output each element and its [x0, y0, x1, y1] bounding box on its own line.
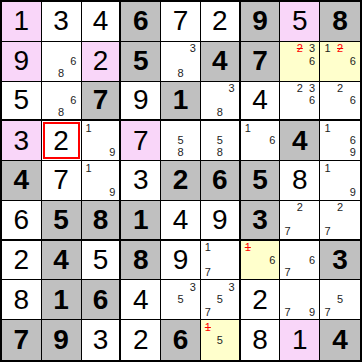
- candidate-slot-empty: [43, 67, 55, 79]
- candidate-slot-empty: [106, 135, 118, 147]
- candidate-slot-empty: [281, 83, 293, 95]
- candidate-slot-empty: [214, 83, 226, 95]
- given-digit: 4: [14, 166, 30, 194]
- cell-r7c7[interactable]: 16: [241, 241, 281, 281]
- cell-r7c4[interactable]: 8: [121, 241, 161, 281]
- candidate-digit: 3: [226, 83, 238, 95]
- candidate-digit: 6: [306, 94, 318, 106]
- given-digit: 5: [53, 206, 69, 234]
- cell-r4c4[interactable]: 7: [121, 121, 161, 161]
- candidate-slot-empty: [106, 122, 118, 134]
- candidate-digit: 3: [306, 43, 318, 55]
- candidate-slot-empty: [266, 266, 278, 278]
- cell-r1c5[interactable]: 7: [161, 2, 201, 42]
- cell-r1c2[interactable]: 3: [42, 2, 82, 42]
- candidate-slot-empty: [346, 174, 359, 186]
- candidate-digit: 8: [174, 67, 186, 79]
- cell-r6c2[interactable]: 5: [42, 201, 82, 241]
- candidate-slot-empty: [94, 187, 106, 199]
- candidate-slot-empty: [306, 266, 318, 278]
- candidate-slot-empty: [334, 122, 347, 134]
- candidate-slot-empty: [94, 147, 106, 159]
- cell-r8c6[interactable]: 357: [201, 280, 241, 320]
- cell-r9c7[interactable]: 8: [241, 320, 281, 360]
- candidate-slot-empty: [281, 55, 293, 67]
- cell-r6c7[interactable]: 3: [241, 201, 281, 241]
- candidate-digit: 8: [214, 106, 226, 118]
- given-digit: 1: [133, 206, 149, 234]
- candidate-digit: 3: [306, 83, 318, 95]
- candidate-slot-empty: [321, 106, 334, 118]
- sudoku-board: 1346729589682538472361265687913842362632…: [0, 0, 362, 362]
- candidate-slot-empty: [94, 174, 106, 186]
- cell-r6c4[interactable]: 1: [121, 201, 161, 241]
- candidate-digit: 6: [346, 135, 359, 147]
- candidate-digit: 6: [346, 94, 359, 106]
- eliminated-candidate-digit: 2: [334, 43, 347, 55]
- candidate-slot-empty: [321, 214, 334, 226]
- candidate-slot-empty: [226, 294, 238, 306]
- candidate-slot-empty: [162, 147, 174, 159]
- candidate-slot-empty: [334, 147, 347, 159]
- candidate-slot-empty: [226, 334, 238, 347]
- cell-r6c6[interactable]: 9: [201, 201, 241, 241]
- candidate-slot-empty: [346, 306, 359, 318]
- candidate-slot-empty: [202, 106, 214, 118]
- candidate-slot-empty: [226, 346, 238, 359]
- candidate-slot-empty: [321, 55, 334, 67]
- cell-r6c8[interactable]: 27: [280, 201, 320, 241]
- cell-r7c1[interactable]: 2: [2, 241, 42, 281]
- cell-r1c8[interactable]: 5: [280, 2, 320, 42]
- candidate-grid: 19: [83, 162, 119, 199]
- cell-r9c4[interactable]: 2: [121, 320, 161, 360]
- candidate-digit: 1: [83, 122, 95, 134]
- cell-r7c2[interactable]: 4: [42, 241, 82, 281]
- cell-r3c8[interactable]: 236: [280, 82, 320, 122]
- candidate-slot-empty: [174, 122, 186, 134]
- candidate-digit: 9: [106, 187, 118, 199]
- candidate-slot-empty: [202, 294, 214, 306]
- cell-r3c5[interactable]: 1: [161, 82, 201, 122]
- cell-r5c8[interactable]: 8: [280, 161, 320, 201]
- cell-r7c5[interactable]: 9: [161, 241, 201, 281]
- candidate-slot-empty: [306, 202, 318, 214]
- candidate-slot-empty: [334, 67, 347, 79]
- candidate-slot-empty: [242, 147, 254, 159]
- candidate-slot-empty: [266, 147, 278, 159]
- candidate-slot-empty: [281, 281, 293, 293]
- candidate-digit: 9: [306, 306, 318, 318]
- solved-digit: 5: [14, 86, 30, 114]
- candidate-slot-empty: [306, 242, 318, 254]
- candidate-slot-empty: [334, 55, 347, 67]
- candidate-digit: 3: [187, 43, 199, 55]
- candidate-slot-empty: [43, 83, 55, 95]
- candidate-grid: 357: [202, 281, 238, 318]
- candidate-slot-empty: [187, 67, 199, 79]
- cell-r4c8[interactable]: 4: [280, 121, 320, 161]
- given-digit: 8: [93, 206, 109, 234]
- cell-r2c5[interactable]: 38: [161, 42, 201, 82]
- candidate-slot-empty: [106, 174, 118, 186]
- cell-r5c1[interactable]: 4: [2, 161, 42, 201]
- candidate-slot-empty: [67, 67, 79, 79]
- candidate-grid: 79: [281, 281, 318, 318]
- candidate-slot-empty: [174, 306, 186, 318]
- candidate-digit: 1: [321, 162, 334, 174]
- candidate-digit: 5: [214, 294, 226, 306]
- given-digit: 6: [133, 7, 149, 35]
- candidate-slot-empty: [346, 106, 359, 118]
- candidate-slot-empty: [281, 294, 293, 306]
- candidate-slot-empty: [226, 321, 238, 334]
- candidate-slot-empty: [202, 346, 214, 359]
- cell-r7c8[interactable]: 67: [280, 241, 320, 281]
- given-digit: 7: [93, 86, 109, 114]
- solved-digit: 3: [14, 127, 30, 155]
- candidate-slot-empty: [226, 147, 238, 159]
- candidate-slot-empty: [214, 321, 226, 334]
- cell-r1c3[interactable]: 4: [82, 2, 122, 42]
- cell-r8c5[interactable]: 35: [161, 280, 201, 320]
- solved-digit: 9: [14, 47, 30, 75]
- candidate-slot-empty: [214, 306, 226, 318]
- candidate-slot-empty: [162, 281, 174, 293]
- candidate-digit: 7: [321, 226, 334, 238]
- candidate-slot-empty: [321, 135, 334, 147]
- cell-r4c5[interactable]: 58: [161, 121, 201, 161]
- solved-digit: 8: [292, 166, 308, 194]
- candidate-slot-empty: [226, 135, 238, 147]
- cell-r3c9[interactable]: 26: [320, 82, 360, 122]
- candidate-slot-empty: [202, 281, 214, 293]
- cell-r2c3[interactable]: 2: [82, 42, 122, 82]
- solved-digit: 4: [133, 286, 149, 314]
- candidate-slot-empty: [346, 122, 359, 134]
- candidate-slot-empty: [321, 174, 334, 186]
- candidate-slot-empty: [55, 94, 67, 106]
- candidate-slot-empty: [306, 67, 318, 79]
- candidate-slot-empty: [266, 242, 278, 254]
- given-digit: 1: [173, 86, 189, 114]
- solved-digit: 2: [252, 286, 268, 314]
- cell-r8c3[interactable]: 6: [82, 280, 122, 320]
- candidate-slot-empty: [174, 43, 186, 55]
- given-digit: 6: [173, 326, 189, 354]
- candidate-digit: 5: [174, 135, 186, 147]
- candidate-slot-empty: [346, 294, 359, 306]
- candidate-grid: 126: [321, 43, 359, 80]
- candidate-slot-empty: [334, 106, 347, 118]
- cell-r3c3[interactable]: 7: [82, 82, 122, 122]
- candidate-slot-empty: [294, 294, 306, 306]
- candidate-slot-empty: [294, 226, 306, 238]
- cell-r9c3[interactable]: 3: [82, 320, 122, 360]
- cell-r1c7[interactable]: 9: [241, 2, 281, 42]
- solved-digit: 4: [173, 206, 189, 234]
- candidate-grid: 19: [321, 162, 359, 199]
- candidate-slot-empty: [83, 174, 95, 186]
- candidate-slot-empty: [281, 67, 293, 79]
- candidate-slot-empty: [242, 135, 254, 147]
- candidate-slot-empty: [83, 135, 95, 147]
- cell-r5c4[interactable]: 3: [121, 161, 161, 201]
- candidate-slot-empty: [294, 254, 306, 266]
- cell-r3c7[interactable]: 4: [241, 82, 281, 122]
- cell-r5c7[interactable]: 5: [241, 161, 281, 201]
- given-digit: 4: [332, 326, 348, 354]
- solved-digit: 3: [53, 7, 69, 35]
- candidate-grid: 35: [162, 281, 199, 318]
- solved-digit: 8: [14, 286, 30, 314]
- candidate-slot-empty: [334, 94, 347, 106]
- cell-r5c5[interactable]: 2: [161, 161, 201, 201]
- candidate-slot-empty: [202, 83, 214, 95]
- cell-r5c6[interactable]: 6: [201, 161, 241, 201]
- candidate-slot-empty: [321, 94, 334, 106]
- candidate-digit: 8: [55, 67, 67, 79]
- candidate-slot-empty: [174, 55, 186, 67]
- candidate-slot-empty: [321, 187, 334, 199]
- candidate-slot-empty: [321, 67, 334, 79]
- candidate-slot-empty: [281, 242, 293, 254]
- cell-r5c9[interactable]: 19: [320, 161, 360, 201]
- candidate-slot-empty: [294, 281, 306, 293]
- candidate-grid: 38: [162, 43, 199, 80]
- cell-r8c1[interactable]: 8: [2, 280, 42, 320]
- cell-r6c9[interactable]: 27: [320, 201, 360, 241]
- candidate-slot-empty: [254, 147, 266, 159]
- given-digit: 3: [332, 246, 348, 274]
- candidate-slot-empty: [294, 306, 306, 318]
- candidate-slot-empty: [281, 94, 293, 106]
- cell-r6c5[interactable]: 4: [161, 201, 201, 241]
- candidate-slot-empty: [187, 294, 199, 306]
- candidate-slot-empty: [202, 135, 214, 147]
- candidate-digit: 7: [202, 266, 214, 278]
- candidate-slot-empty: [254, 266, 266, 278]
- candidate-slot-empty: [306, 106, 318, 118]
- solved-digit: 2: [212, 7, 228, 35]
- given-digit: 1: [53, 286, 69, 314]
- candidate-slot-empty: [67, 43, 79, 55]
- cell-r9c6[interactable]: 15: [201, 320, 241, 360]
- candidate-slot-empty: [254, 242, 266, 254]
- candidate-grid: 68: [43, 83, 80, 119]
- cell-r8c8[interactable]: 79: [280, 280, 320, 320]
- candidate-digit: 7: [281, 226, 293, 238]
- candidate-slot-empty: [94, 162, 106, 174]
- cell-r2c1[interactable]: 9: [2, 42, 42, 82]
- candidate-slot-empty: [294, 242, 306, 254]
- cell-r2c7[interactable]: 7: [241, 42, 281, 82]
- given-digit: 4: [292, 127, 308, 155]
- candidate-slot-empty: [346, 83, 359, 95]
- candidate-slot-empty: [226, 94, 238, 106]
- candidate-slot-empty: [334, 226, 347, 238]
- cell-r1c6[interactable]: 2: [201, 2, 241, 42]
- candidate-slot-empty: [214, 254, 226, 266]
- candidate-digit: 8: [214, 147, 226, 159]
- candidate-slot-empty: [187, 306, 199, 318]
- cell-r3c2[interactable]: 68: [42, 82, 82, 122]
- candidate-slot-empty: [83, 147, 95, 159]
- candidate-slot-empty: [346, 281, 359, 293]
- candidate-slot-empty: [202, 254, 214, 266]
- candidate-grid: 68: [43, 43, 80, 80]
- cell-r2c9[interactable]: 126: [320, 42, 360, 82]
- cell-r1c4[interactable]: 6: [121, 2, 161, 42]
- cell-r2c4[interactable]: 5: [121, 42, 161, 82]
- cell-r5c2[interactable]: 7: [42, 161, 82, 201]
- candidate-digit: 1: [321, 122, 334, 134]
- candidate-slot-empty: [214, 281, 226, 293]
- solved-digit: 5: [93, 246, 109, 274]
- candidate-slot-empty: [226, 122, 238, 134]
- candidate-grid: 27: [281, 202, 318, 238]
- candidate-slot-empty: [162, 55, 174, 67]
- candidate-slot-empty: [294, 106, 306, 118]
- candidate-digit: 2: [334, 83, 347, 95]
- candidate-grid: 236: [281, 83, 318, 119]
- candidate-slot-empty: [162, 306, 174, 318]
- cell-r1c1[interactable]: 1: [2, 2, 42, 42]
- given-digit: 2: [173, 166, 189, 194]
- given-digit: 9: [252, 7, 268, 35]
- candidate-slot-empty: [334, 187, 347, 199]
- candidate-slot-empty: [174, 281, 186, 293]
- candidate-digit: 7: [281, 306, 293, 318]
- candidate-slot-empty: [346, 162, 359, 174]
- candidate-slot-empty: [346, 67, 359, 79]
- cell-r7c3[interactable]: 5: [82, 241, 122, 281]
- candidate-slot-empty: [202, 147, 214, 159]
- candidate-digit: 9: [346, 187, 359, 199]
- candidate-slot-empty: [254, 122, 266, 134]
- cell-r3c4[interactable]: 9: [121, 82, 161, 122]
- candidate-digit: 6: [266, 254, 278, 266]
- candidate-digit: 2: [334, 202, 347, 214]
- given-digit: 9: [53, 326, 69, 354]
- candidate-grid: 67: [281, 242, 318, 279]
- candidate-grid: 57: [321, 281, 359, 318]
- cell-r2c2[interactable]: 68: [42, 42, 82, 82]
- cell-r9c1[interactable]: 7: [2, 320, 42, 360]
- cell-r8c4[interactable]: 4: [121, 280, 161, 320]
- candidate-slot-empty: [346, 202, 359, 214]
- candidate-grid: 16: [242, 122, 279, 159]
- cell-r9c2[interactable]: 9: [42, 320, 82, 360]
- candidate-slot-empty: [334, 174, 347, 186]
- candidate-slot-empty: [226, 106, 238, 118]
- candidate-slot-empty: [202, 334, 214, 347]
- cell-r7c6[interactable]: 17: [201, 241, 241, 281]
- candidate-slot-empty: [214, 346, 226, 359]
- cell-r9c9[interactable]: 4: [320, 320, 360, 360]
- candidate-slot-empty: [254, 254, 266, 266]
- candidate-slot-empty: [162, 43, 174, 55]
- candidate-slot-empty: [306, 281, 318, 293]
- cell-r2c8[interactable]: 236: [280, 42, 320, 82]
- cell-r5c3[interactable]: 19: [82, 161, 122, 201]
- given-digit: 4: [53, 246, 69, 274]
- candidate-slot-empty: [306, 226, 318, 238]
- cell-r3c1[interactable]: 5: [2, 82, 42, 122]
- cell-r3c6[interactable]: 38: [201, 82, 241, 122]
- cell-r9c8[interactable]: 1: [280, 320, 320, 360]
- solved-digit: 9: [173, 246, 189, 274]
- cell-r4c6[interactable]: 58: [201, 121, 241, 161]
- candidate-grid: 17: [202, 242, 238, 279]
- candidate-slot-empty: [346, 43, 359, 55]
- candidate-slot-empty: [43, 106, 55, 118]
- solved-digit: 8: [252, 326, 268, 354]
- solved-digit: 9: [133, 86, 149, 114]
- candidate-slot-empty: [187, 147, 199, 159]
- cell-r2c6[interactable]: 4: [201, 42, 241, 82]
- solved-digit: 3: [93, 326, 109, 354]
- cell-r8c7[interactable]: 2: [241, 280, 281, 320]
- cell-r4c2[interactable]: 2: [42, 121, 82, 161]
- given-digit: 3: [252, 206, 268, 234]
- candidate-slot-empty: [294, 214, 306, 226]
- candidate-grid: 236: [281, 43, 318, 80]
- candidate-slot-empty: [162, 122, 174, 134]
- candidate-digit: 7: [321, 306, 334, 318]
- candidate-digit: 2: [294, 202, 306, 214]
- cell-r4c3[interactable]: 19: [82, 121, 122, 161]
- candidate-slot-empty: [106, 162, 118, 174]
- cell-r6c1[interactable]: 6: [2, 201, 42, 241]
- candidate-slot-empty: [334, 135, 347, 147]
- candidate-slot-empty: [214, 122, 226, 134]
- solved-digit: 2: [14, 246, 30, 274]
- candidate-grid: 58: [162, 122, 199, 159]
- candidate-slot-empty: [94, 135, 106, 147]
- candidate-grid: 38: [202, 83, 238, 119]
- cell-r4c9[interactable]: 169: [320, 121, 360, 161]
- candidate-slot-empty: [294, 55, 306, 67]
- cell-r8c2[interactable]: 1: [42, 280, 82, 320]
- solved-digit: 7: [173, 7, 189, 35]
- solved-digit: 9: [212, 206, 228, 234]
- candidate-slot-empty: [334, 281, 347, 293]
- solved-digit: 6: [14, 206, 30, 234]
- eliminated-candidate-digit: 1: [242, 242, 254, 254]
- candidate-slot-empty: [162, 135, 174, 147]
- cell-r9c5[interactable]: 6: [161, 320, 201, 360]
- candidate-slot-empty: [226, 254, 238, 266]
- cell-r4c7[interactable]: 16: [241, 121, 281, 161]
- cell-r6c3[interactable]: 8: [82, 201, 122, 241]
- cell-r1c9[interactable]: 8: [320, 2, 360, 42]
- candidate-slot-empty: [67, 106, 79, 118]
- candidate-slot-empty: [281, 214, 293, 226]
- cell-r4c1[interactable]: 3: [2, 121, 42, 161]
- cell-r7c9[interactable]: 3: [320, 241, 360, 281]
- candidate-slot-empty: [294, 266, 306, 278]
- candidate-slot-empty: [306, 214, 318, 226]
- candidate-slot-empty: [55, 83, 67, 95]
- candidate-digit: 6: [67, 94, 79, 106]
- cell-r8c9[interactable]: 57: [320, 280, 360, 320]
- candidate-slot-empty: [346, 214, 359, 226]
- candidate-slot-empty: [83, 187, 95, 199]
- candidate-slot-empty: [294, 67, 306, 79]
- solved-digit: 1: [14, 7, 30, 35]
- candidate-slot-empty: [294, 94, 306, 106]
